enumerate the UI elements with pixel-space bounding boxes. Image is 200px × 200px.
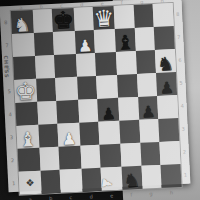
square-r4c1[interactable]: ♚: [14, 79, 37, 103]
square-r5c3[interactable]: [56, 100, 79, 124]
square-r1c5[interactable]: ♛: [93, 6, 115, 30]
coordinate-label: 5: [8, 89, 11, 94]
square-r2c2[interactable]: [33, 32, 54, 56]
piece-white-B[interactable]: ♝: [18, 129, 37, 150]
piece-white-Q[interactable]: ♛: [93, 7, 115, 31]
coordinate-label: 5: [179, 81, 182, 86]
square-r4c2[interactable]: [36, 78, 57, 102]
coordinate-label: 6: [178, 58, 181, 63]
square-r6c5[interactable]: [99, 121, 121, 145]
square-r7c6[interactable]: [120, 143, 141, 167]
board-logo-icon: ❖: [25, 178, 34, 188]
coordinate-label: 2: [11, 158, 14, 163]
square-r6c3[interactable]: ♟: [58, 123, 81, 147]
square-r7c5[interactable]: [100, 144, 122, 168]
coordinate-label: 8: [4, 20, 7, 25]
coordinate-label: 3: [10, 135, 13, 140]
coordinate-label: 7: [177, 35, 180, 40]
board-grid: ♞♚♛♟♝♞♚♟♟♟♝♟❖♞: [11, 3, 182, 195]
square-r6c8[interactable]: [159, 118, 180, 142]
square-r6c1[interactable]: ♝: [16, 125, 39, 149]
piece-black-B[interactable]: ♝: [116, 32, 135, 53]
square-r7c4[interactable]: [80, 145, 101, 169]
square-r1c2[interactable]: [32, 9, 53, 33]
piece-white-P[interactable]: ♟: [62, 131, 77, 148]
coordinate-label: c: [69, 195, 72, 200]
square-r3c8[interactable]: ♞: [155, 49, 176, 73]
square-r2c7[interactable]: [134, 27, 155, 51]
square-r5c4[interactable]: [78, 99, 99, 123]
square-r2c4[interactable]: ♟: [75, 30, 96, 54]
square-r4c8[interactable]: ♟: [156, 72, 177, 96]
square-r8c1[interactable]: ❖: [19, 171, 42, 195]
square-r1c1[interactable]: ♞: [11, 10, 34, 34]
square-r4c7[interactable]: [137, 73, 158, 97]
square-r8c7[interactable]: [141, 165, 162, 189]
square-r8c3[interactable]: [60, 169, 83, 193]
chessboard: abcdefgh CHESS 87654321 ♞♚♛♟♝♞♚♟♟♟♝♟❖♞ 8…: [0, 0, 190, 192]
square-r7c7[interactable]: [140, 142, 161, 166]
square-r7c3[interactable]: [59, 146, 82, 170]
coordinate-label: g: [149, 191, 152, 196]
coordinate-label: 1: [184, 173, 187, 178]
square-r8c6[interactable]: ♞: [122, 166, 143, 190]
square-r1c6[interactable]: [114, 5, 135, 29]
piece-white-P[interactable]: ♟: [78, 38, 93, 55]
square-r8c2[interactable]: [40, 170, 61, 194]
square-r5c8[interactable]: [157, 95, 178, 119]
piece-white-K[interactable]: ♚: [14, 79, 37, 104]
piece-black-N[interactable]: ♞: [157, 54, 175, 74]
square-r5c2[interactable]: [37, 101, 58, 125]
square-r2c8[interactable]: [154, 26, 175, 50]
square-r5c7[interactable]: ♟: [138, 96, 159, 120]
square-r5c5[interactable]: ♟: [98, 98, 120, 122]
square-r3c2[interactable]: [35, 55, 56, 79]
coordinate-label: 3: [182, 127, 185, 132]
square-r7c2[interactable]: [39, 147, 60, 171]
coordinate-label: b: [49, 196, 52, 200]
captured-white-pawn: ♟: [99, 177, 114, 191]
square-r6c2[interactable]: [38, 124, 59, 148]
coordinate-label: a: [29, 197, 32, 200]
piece-black-P[interactable]: ♟: [101, 106, 116, 123]
coordinate-label: 4: [9, 112, 12, 117]
photo-scene: abcdefgh CHESS 87654321 ♞♚♛♟♝♞♚♟♟♟♝♟❖♞ 8…: [0, 0, 200, 200]
square-r4c6[interactable]: [117, 74, 138, 98]
square-r2c6[interactable]: ♝: [115, 28, 136, 52]
square-r1c4[interactable]: [73, 7, 94, 31]
square-r7c8[interactable]: [160, 141, 181, 165]
coordinate-label: 1: [12, 181, 15, 186]
square-r1c3[interactable]: ♚: [52, 8, 75, 32]
square-r1c7[interactable]: [133, 4, 154, 28]
coordinate-label: 7: [5, 43, 8, 48]
coordinate-label: d: [89, 194, 92, 199]
square-r1c8[interactable]: [153, 3, 174, 27]
coordinate-label: 8: [176, 12, 179, 17]
square-r6c6[interactable]: [119, 120, 140, 144]
square-r8c8[interactable]: [161, 164, 182, 188]
square-r3c5[interactable]: [95, 52, 117, 76]
square-r2c1[interactable]: [12, 33, 35, 57]
coordinate-label: h: [170, 190, 173, 195]
piece-black-N[interactable]: ♞: [123, 171, 141, 191]
square-r3c4[interactable]: [76, 53, 97, 77]
coordinate-label: f: [130, 192, 132, 197]
square-r4c3[interactable]: [55, 77, 78, 101]
piece-black-K[interactable]: ♚: [52, 8, 75, 33]
piece-white-N[interactable]: ♞: [13, 15, 31, 35]
piece-black-P[interactable]: ♟: [141, 104, 156, 121]
square-r5c6[interactable]: [118, 97, 139, 121]
square-r3c3[interactable]: [54, 54, 77, 78]
square-r6c7[interactable]: [139, 119, 160, 143]
square-r6c4[interactable]: [79, 122, 100, 146]
square-r4c4[interactable]: [77, 76, 98, 100]
piece-black-P[interactable]: ♟: [159, 80, 174, 97]
square-r2c5[interactable]: [94, 29, 116, 53]
square-r4c5[interactable]: [96, 75, 118, 99]
board-brand-text: CHESS: [3, 55, 10, 79]
coordinate-label: e: [110, 193, 113, 198]
coordinate-label: 4: [180, 104, 183, 109]
square-r3c7[interactable]: [136, 50, 157, 74]
coordinate-label: 2: [183, 150, 186, 155]
